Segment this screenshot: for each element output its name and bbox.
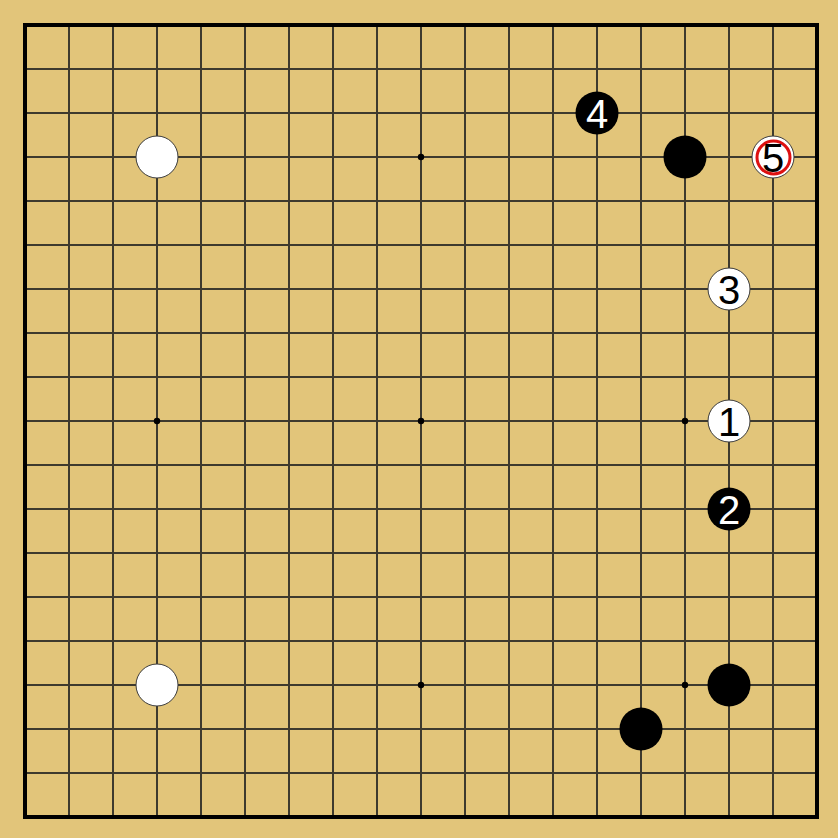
stone-black-R8: 2 <box>708 488 751 531</box>
stone-white-R13: 3 <box>708 268 751 311</box>
go-board-surface[interactable]: 12345 <box>0 0 838 838</box>
move-number-label: 1 <box>718 401 740 441</box>
stone-white-R10: 1 <box>708 400 751 443</box>
stones-layer: 12345 <box>0 0 838 838</box>
stone-black-O17: 4 <box>576 92 619 135</box>
stone-black-Q16 <box>664 136 707 179</box>
stone-white-S16: 5 <box>752 136 795 179</box>
stone-black-R4 <box>708 664 751 707</box>
stone-black-P3 <box>620 708 663 751</box>
go-diagram: 12345 <box>0 0 838 838</box>
stone-white-D4 <box>136 664 179 707</box>
move-number-label: 4 <box>586 93 608 133</box>
stone-white-D16 <box>136 136 179 179</box>
move-number-label: 2 <box>718 489 740 529</box>
move-number-label: 5 <box>762 137 784 177</box>
move-number-label: 3 <box>718 269 740 309</box>
